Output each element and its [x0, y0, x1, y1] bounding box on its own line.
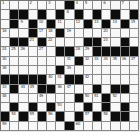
clue-number-28: 28	[76, 47, 80, 51]
cell-r9c12[interactable]	[102, 75, 111, 84]
cell-r14c4[interactable]	[29, 122, 38, 131]
cell-r13c2[interactable]: 54	[10, 112, 19, 121]
clue-number-26: 26	[20, 47, 24, 51]
cell-r7c3[interactable]	[19, 57, 28, 66]
cell-r11c11[interactable]: 51	[93, 94, 102, 103]
clue-number-15: 15	[131, 20, 135, 24]
cell-r6c4[interactable]	[29, 47, 38, 56]
cell-r8c12[interactable]	[102, 66, 111, 75]
cell-r7c5[interactable]	[38, 57, 47, 66]
cell-r11c7[interactable]	[56, 94, 65, 103]
black-cell-r13c3	[19, 112, 28, 121]
black-cell-r13c7	[56, 112, 65, 121]
cell-r4c2[interactable]	[10, 29, 19, 38]
cell-r3c8[interactable]	[65, 20, 74, 29]
cell-r10c9[interactable]	[75, 85, 84, 94]
clue-number-4: 4	[76, 1, 78, 5]
cell-r12c5[interactable]	[38, 103, 47, 112]
cell-r11c4[interactable]	[29, 94, 38, 103]
black-cell-r5c5	[38, 38, 47, 47]
cell-r9c7[interactable]: 41	[56, 75, 65, 84]
cell-r3c5[interactable]: 10	[38, 20, 47, 29]
cell-r4c12[interactable]: 20	[102, 29, 111, 38]
cell-r11c13[interactable]: 52	[111, 94, 120, 103]
cell-r2c10[interactable]	[84, 10, 93, 19]
black-cell-r9c5	[38, 75, 47, 84]
clue-number-59: 59	[2, 122, 6, 126]
cell-r8c5[interactable]	[38, 66, 47, 75]
cell-r13c4[interactable]: 55	[29, 112, 38, 121]
cell-r4c1[interactable]: 16	[1, 29, 10, 38]
clue-number-25: 25	[11, 47, 15, 51]
clue-number-53: 53	[57, 103, 61, 107]
cell-r1c11[interactable]	[93, 1, 102, 10]
cell-r5c8[interactable]	[65, 38, 74, 47]
black-cell-r3c6	[47, 20, 56, 29]
cell-r3c15[interactable]: 15	[130, 20, 139, 29]
black-cell-r12c14	[121, 103, 130, 112]
clue-number-49: 49	[39, 94, 43, 98]
clue-number-21: 21	[30, 38, 34, 42]
black-cell-r10c14	[121, 85, 130, 94]
cell-r3c1[interactable]	[1, 20, 10, 29]
cell-r4c15[interactable]	[130, 29, 139, 38]
cell-r1c15[interactable]	[130, 1, 139, 10]
cell-r8c10[interactable]	[84, 66, 93, 75]
black-cell-r13c11	[93, 112, 102, 121]
clue-number-42: 42	[85, 75, 89, 79]
cell-r7c13[interactable]: 35	[111, 57, 120, 66]
clue-number-27: 27	[39, 47, 43, 51]
cell-r7c2[interactable]	[10, 57, 19, 66]
clue-number-41: 41	[57, 75, 61, 79]
cell-r2c4[interactable]	[29, 10, 38, 19]
cell-r4c5[interactable]: 17	[38, 29, 47, 38]
cell-r3c13[interactable]: 14	[111, 20, 120, 29]
cell-r5c12[interactable]: 23	[102, 38, 111, 47]
cell-r14c1[interactable]: 59	[1, 122, 10, 131]
cell-r13c6[interactable]: 56	[47, 112, 56, 121]
clue-number-16: 16	[2, 29, 6, 33]
cell-r2c14[interactable]	[121, 10, 130, 19]
black-cell-r9c1	[1, 75, 10, 84]
black-cell-r2c11	[93, 10, 102, 19]
black-cell-r6c12	[102, 47, 111, 56]
cell-r13c8[interactable]	[65, 112, 74, 121]
clue-number-55: 55	[30, 112, 34, 116]
cell-r7c15[interactable]: 37	[130, 57, 139, 66]
cell-r14c7[interactable]	[56, 122, 65, 131]
cell-r1c6[interactable]: 3	[47, 1, 56, 10]
clue-number-23: 23	[103, 38, 107, 42]
cell-r9c11[interactable]	[93, 75, 102, 84]
black-cell-r12c6	[47, 103, 56, 112]
clue-number-38: 38	[2, 66, 6, 70]
clue-number-13: 13	[94, 20, 98, 24]
cell-r6c6[interactable]	[47, 47, 56, 56]
cell-r12c3[interactable]	[19, 103, 28, 112]
black-cell-r10c2	[10, 85, 19, 94]
cell-r14c9[interactable]: 60	[75, 122, 84, 131]
black-cell-r6c15	[130, 47, 139, 56]
black-cell-r5c10	[84, 38, 93, 47]
cell-r3c3[interactable]: 9	[19, 20, 28, 29]
cell-r11c5[interactable]: 49	[38, 94, 47, 103]
clue-number-60: 60	[76, 122, 80, 126]
cell-r10c3[interactable]: 44	[19, 85, 28, 94]
cell-r6c3[interactable]: 26	[19, 47, 28, 56]
cell-r14c12[interactable]	[102, 122, 111, 131]
black-cell-r8c7	[56, 66, 65, 75]
black-cell-r5c2	[10, 38, 19, 47]
clue-number-24: 24	[2, 47, 6, 51]
clue-number-36: 36	[122, 57, 126, 61]
black-cell-r13c1	[1, 112, 10, 121]
cell-r5c13[interactable]	[111, 38, 120, 47]
cell-r14c5[interactable]	[38, 122, 47, 131]
cell-r8c4[interactable]	[29, 66, 38, 75]
cell-r5c4[interactable]: 21	[29, 38, 38, 47]
cell-r11c15[interactable]	[130, 94, 139, 103]
clue-number-7: 7	[122, 1, 124, 5]
cell-r6c1[interactable]: 24	[1, 47, 10, 56]
clue-number-58: 58	[103, 112, 107, 116]
cell-r14c14[interactable]	[121, 122, 130, 131]
clue-number-54: 54	[11, 112, 15, 116]
cell-r10c1[interactable]: 43	[1, 85, 10, 94]
cell-r8c3[interactable]	[19, 66, 28, 75]
clue-number-35: 35	[112, 57, 116, 61]
cell-r5c15[interactable]	[130, 38, 139, 47]
cell-r14c2[interactable]	[10, 122, 19, 131]
clue-number-45: 45	[30, 85, 34, 89]
clue-number-52: 52	[112, 94, 116, 98]
cell-r12c8[interactable]	[65, 103, 74, 112]
cell-r13c15[interactable]	[130, 112, 139, 121]
black-cell-r12c12	[102, 103, 111, 112]
cell-r9c15[interactable]	[130, 75, 139, 84]
cell-r7c7[interactable]	[56, 57, 65, 66]
cell-r7c14[interactable]: 36	[121, 57, 130, 66]
cell-r2c1[interactable]	[1, 10, 10, 19]
black-cell-r6c11	[93, 47, 102, 56]
clue-number-22: 22	[48, 38, 52, 42]
cell-r1c1[interactable]: 1	[1, 1, 10, 10]
cell-r2c12[interactable]	[102, 10, 111, 19]
crossword-puzzle: 1234567891011121314151617181920212223242…	[0, 0, 140, 132]
black-cell-r3c12	[102, 20, 111, 29]
cell-r1c10[interactable]: 5	[84, 1, 93, 10]
cell-r10c12[interactable]	[102, 85, 111, 94]
cell-r12c15[interactable]	[130, 103, 139, 112]
cell-r5c7[interactable]	[56, 38, 65, 47]
cell-r12c13[interactable]	[111, 103, 120, 112]
black-cell-r14c8	[65, 122, 74, 131]
clue-number-6: 6	[103, 1, 105, 5]
black-cell-r4c4	[29, 29, 38, 38]
cell-r1c4[interactable]: 2	[29, 1, 38, 10]
cell-r4c9[interactable]	[75, 29, 84, 38]
cell-r8c2[interactable]	[10, 66, 19, 75]
cell-r4c14[interactable]	[121, 29, 130, 38]
cell-r2c6[interactable]	[47, 10, 56, 19]
cell-r6c10[interactable]: 29	[84, 47, 93, 56]
clue-number-39: 39	[66, 66, 70, 70]
crossword-grid: 1234567891011121314151617181920212223242…	[0, 0, 139, 131]
cell-r9c14[interactable]	[121, 75, 130, 84]
cell-r1c9[interactable]: 4	[75, 1, 84, 10]
cell-r7c11[interactable]: 33	[93, 57, 102, 66]
black-cell-r11c9	[75, 94, 84, 103]
cell-r1c2[interactable]	[10, 1, 19, 10]
cell-r7c4[interactable]	[29, 57, 38, 66]
cell-r9c13[interactable]	[111, 75, 120, 84]
cell-r10c4[interactable]: 45	[29, 85, 38, 94]
cell-r14c3[interactable]	[19, 122, 28, 131]
clue-number-29: 29	[85, 47, 89, 51]
cell-r1c3[interactable]	[19, 1, 28, 10]
cell-r9c6[interactable]: 40	[47, 75, 56, 84]
black-cell-r2c15	[130, 10, 139, 19]
clue-number-5: 5	[85, 1, 87, 5]
black-cell-r2c2	[10, 10, 19, 19]
clue-number-14: 14	[112, 20, 116, 24]
cell-r3c7[interactable]: 11	[56, 20, 65, 29]
cell-r11c8[interactable]	[65, 94, 74, 103]
cell-r6c5[interactable]: 27	[38, 47, 47, 56]
cell-r11c1[interactable]: 48	[1, 94, 10, 103]
clue-number-56: 56	[48, 112, 52, 116]
cell-r11c3[interactable]	[19, 94, 28, 103]
cell-r10c7[interactable]: 46	[56, 85, 65, 94]
clue-number-51: 51	[94, 94, 98, 98]
cell-r3c11[interactable]: 13	[93, 20, 102, 29]
cell-r12c11[interactable]	[93, 103, 102, 112]
black-cell-r3c10	[84, 20, 93, 29]
black-cell-r12c2	[10, 103, 19, 112]
cell-r11c10[interactable]: 50	[84, 94, 93, 103]
cell-r6c2[interactable]: 25	[10, 47, 19, 56]
black-cell-r13c9	[75, 112, 84, 121]
clue-number-43: 43	[2, 85, 6, 89]
cell-r11c14[interactable]	[121, 94, 130, 103]
black-cell-r10c13	[111, 85, 120, 94]
black-cell-r3c14	[121, 20, 130, 29]
cell-r14c11[interactable]	[93, 122, 102, 131]
black-cell-r5c11	[93, 38, 102, 47]
clue-number-31: 31	[66, 57, 70, 61]
black-cell-r9c4	[29, 75, 38, 84]
black-cell-r10c11	[93, 85, 102, 94]
cell-r13c12[interactable]: 58	[102, 112, 111, 121]
cell-r5c6[interactable]: 22	[47, 38, 56, 47]
clue-number-44: 44	[20, 85, 24, 89]
cell-r13c10[interactable]: 57	[84, 112, 93, 121]
clue-number-10: 10	[39, 20, 43, 24]
clue-number-34: 34	[103, 57, 107, 61]
cell-r12c1[interactable]	[1, 103, 10, 112]
black-cell-r7c9	[75, 57, 84, 66]
cell-r10c8[interactable]: 47	[65, 85, 74, 94]
cell-r8c8[interactable]: 39	[65, 66, 74, 75]
cell-r4c10[interactable]	[84, 29, 93, 38]
black-cell-r9c2	[10, 75, 19, 84]
clue-number-19: 19	[66, 29, 70, 33]
cell-r10c15[interactable]	[130, 85, 139, 94]
black-cell-r4c7	[56, 29, 65, 38]
cell-r5c1[interactable]	[1, 38, 10, 47]
cell-r4c11[interactable]	[93, 29, 102, 38]
clue-number-40: 40	[48, 75, 52, 79]
cell-r7c10[interactable]: 32	[84, 57, 93, 66]
black-cell-r9c8	[65, 75, 74, 84]
black-cell-r12c4	[29, 103, 38, 112]
black-cell-r2c9	[75, 10, 84, 19]
cell-r3c9[interactable]: 12	[75, 20, 84, 29]
black-cell-r12c10	[84, 103, 93, 112]
cell-r11c2[interactable]	[10, 94, 19, 103]
black-cell-r13c14	[121, 112, 130, 121]
black-cell-r6c13	[111, 47, 120, 56]
clue-number-2: 2	[30, 1, 32, 5]
clue-number-3: 3	[48, 1, 50, 5]
black-cell-r2c13	[111, 10, 120, 19]
cell-r1c14[interactable]: 7	[121, 1, 130, 10]
cell-r4c3[interactable]	[19, 29, 28, 38]
black-cell-r6c14	[121, 47, 130, 56]
cell-r8c9[interactable]	[75, 66, 84, 75]
cell-r8c6[interactable]	[47, 66, 56, 75]
black-cell-r5c3	[19, 38, 28, 47]
cell-r9c10[interactable]: 42	[84, 75, 93, 84]
cell-r4c13[interactable]	[111, 29, 120, 38]
black-cell-r3c2	[10, 20, 19, 29]
black-cell-r10c6	[47, 85, 56, 94]
black-cell-r2c5	[38, 10, 47, 19]
clue-number-46: 46	[57, 85, 61, 89]
cell-r2c8[interactable]: 8	[65, 10, 74, 19]
clue-number-8: 8	[66, 10, 68, 14]
black-cell-r9c3	[19, 75, 28, 84]
cell-r14c13[interactable]	[111, 122, 120, 131]
clue-number-18: 18	[48, 29, 52, 33]
black-cell-r6c8	[65, 47, 74, 56]
cell-r4c6[interactable]: 18	[47, 29, 56, 38]
cell-r14c15[interactable]	[130, 122, 139, 131]
cell-r5c9[interactable]	[75, 38, 84, 47]
clue-number-20: 20	[103, 29, 107, 33]
cell-r1c12[interactable]: 6	[102, 1, 111, 10]
black-cell-r2c3	[19, 10, 28, 19]
cell-r8c13[interactable]	[111, 66, 120, 75]
clue-number-32: 32	[85, 57, 89, 61]
black-cell-r13c5	[38, 112, 47, 121]
cell-r1c7[interactable]	[56, 1, 65, 10]
black-cell-r1c8	[65, 1, 74, 10]
black-cell-r6c7	[56, 47, 65, 56]
black-cell-r13c13	[111, 112, 120, 121]
clue-number-9: 9	[20, 20, 22, 24]
black-cell-r11c12	[102, 94, 111, 103]
clue-number-37: 37	[131, 57, 135, 61]
cell-r7c8[interactable]: 31	[65, 57, 74, 66]
clue-number-11: 11	[57, 20, 61, 24]
black-cell-r2c7	[56, 10, 65, 19]
cell-r14c6[interactable]	[47, 122, 56, 131]
cell-r1c13[interactable]	[111, 1, 120, 10]
clue-number-1: 1	[2, 1, 4, 5]
cell-r7c12[interactable]: 34	[102, 57, 111, 66]
black-cell-r9c9	[75, 75, 84, 84]
clue-number-17: 17	[39, 29, 43, 33]
cell-r8c11[interactable]	[93, 66, 102, 75]
cell-r10c10[interactable]	[84, 85, 93, 94]
cell-r12c9[interactable]	[75, 103, 84, 112]
black-cell-r10c5	[38, 85, 47, 94]
clue-number-12: 12	[76, 20, 80, 24]
clue-number-30: 30	[2, 57, 6, 61]
black-cell-r3c4	[29, 20, 38, 29]
clue-number-48: 48	[2, 94, 6, 98]
cell-r12c7[interactable]: 53	[56, 103, 65, 112]
cell-r7c1[interactable]: 30	[1, 57, 10, 66]
cell-r6c9[interactable]: 28	[75, 47, 84, 56]
clue-number-33: 33	[94, 57, 98, 61]
clue-number-47: 47	[66, 85, 70, 89]
cell-r8c15[interactable]	[130, 66, 139, 75]
cell-r11c6[interactable]	[47, 94, 56, 103]
clue-number-50: 50	[85, 94, 89, 98]
cell-r8c1[interactable]: 38	[1, 66, 10, 75]
clue-number-57: 57	[85, 112, 89, 116]
cell-r7c6[interactable]	[47, 57, 56, 66]
cell-r4c8[interactable]: 19	[65, 29, 74, 38]
cell-r14c10[interactable]	[84, 122, 93, 131]
cell-r1c5[interactable]	[38, 1, 47, 10]
cell-r8c14[interactable]	[121, 66, 130, 75]
black-cell-r5c14	[121, 38, 130, 47]
